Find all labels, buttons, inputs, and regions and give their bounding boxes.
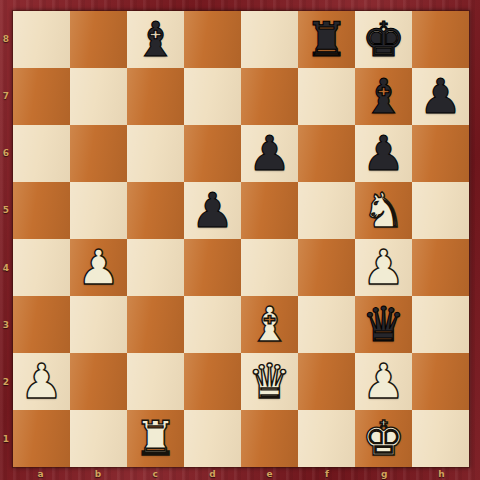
square-c6[interactable] [127,125,184,182]
black-bishop[interactable]: ♝ [355,68,412,125]
file-label-f: f [298,467,355,480]
square-g3[interactable]: ♛ [355,296,412,353]
square-f6[interactable] [298,125,355,182]
black-pawn[interactable]: ♟ [412,68,469,125]
square-b6[interactable] [70,125,127,182]
square-h8[interactable] [412,11,469,68]
square-e8[interactable] [241,11,298,68]
square-h6[interactable] [412,125,469,182]
black-pawn[interactable]: ♟ [355,125,412,182]
square-g1[interactable]: ♚ [355,410,412,467]
square-c3[interactable] [127,296,184,353]
square-d1[interactable] [184,410,241,467]
square-e7[interactable] [241,68,298,125]
square-a5[interactable] [13,182,70,239]
square-b5[interactable] [70,182,127,239]
square-b8[interactable] [70,11,127,68]
white-pawn[interactable]: ♟ [355,353,412,410]
square-g6[interactable]: ♟ [355,125,412,182]
square-a1[interactable] [13,410,70,467]
square-f2[interactable] [298,353,355,410]
square-d5[interactable]: ♟ [184,182,241,239]
black-pawn[interactable]: ♟ [241,125,298,182]
square-g7[interactable]: ♝ [355,68,412,125]
square-e2[interactable]: ♛ [241,353,298,410]
file-label-g: g [356,467,413,480]
black-king[interactable]: ♚ [355,11,412,68]
square-e6[interactable]: ♟ [241,125,298,182]
rank-label-8: 8 [0,10,12,67]
square-c4[interactable] [127,239,184,296]
square-f7[interactable] [298,68,355,125]
square-e4[interactable] [241,239,298,296]
black-queen[interactable]: ♛ [355,296,412,353]
file-label-a: a [12,467,69,480]
square-h1[interactable] [412,410,469,467]
square-h3[interactable] [412,296,469,353]
square-e5[interactable] [241,182,298,239]
square-c1[interactable]: ♜ [127,410,184,467]
file-label-h: h [413,467,470,480]
square-a3[interactable] [13,296,70,353]
square-b3[interactable] [70,296,127,353]
file-label-b: b [69,467,126,480]
square-f4[interactable] [298,239,355,296]
white-pawn[interactable]: ♟ [70,239,127,296]
rank-label-6: 6 [0,125,12,182]
square-a7[interactable] [13,68,70,125]
rank-label-7: 7 [0,67,12,124]
rank-label-1: 1 [0,411,12,468]
file-label-e: e [241,467,298,480]
square-f5[interactable] [298,182,355,239]
square-c5[interactable] [127,182,184,239]
square-g5[interactable]: ♞ [355,182,412,239]
square-b7[interactable] [70,68,127,125]
white-bishop[interactable]: ♝ [241,296,298,353]
square-e1[interactable] [241,410,298,467]
square-f8[interactable]: ♜ [298,11,355,68]
square-a4[interactable] [13,239,70,296]
white-pawn[interactable]: ♟ [355,239,412,296]
square-g2[interactable]: ♟ [355,353,412,410]
square-c8[interactable]: ♝ [127,11,184,68]
square-g4[interactable]: ♟ [355,239,412,296]
square-d8[interactable] [184,11,241,68]
white-knight[interactable]: ♞ [355,182,412,239]
white-queen[interactable]: ♛ [241,353,298,410]
square-b2[interactable] [70,353,127,410]
square-c2[interactable] [127,353,184,410]
white-king[interactable]: ♚ [355,410,412,467]
square-f1[interactable] [298,410,355,467]
square-h7[interactable]: ♟ [412,68,469,125]
file-label-d: d [184,467,241,480]
square-h5[interactable] [412,182,469,239]
square-d2[interactable] [184,353,241,410]
square-d4[interactable] [184,239,241,296]
rank-label-2: 2 [0,354,12,411]
square-h2[interactable] [412,353,469,410]
square-a2[interactable]: ♟ [13,353,70,410]
square-g8[interactable]: ♚ [355,11,412,68]
rank-label-5: 5 [0,182,12,239]
square-e3[interactable]: ♝ [241,296,298,353]
square-d3[interactable] [184,296,241,353]
rank-label-3: 3 [0,296,12,353]
square-f3[interactable] [298,296,355,353]
white-pawn[interactable]: ♟ [13,353,70,410]
black-pawn[interactable]: ♟ [184,182,241,239]
square-b4[interactable]: ♟ [70,239,127,296]
rank-label-4: 4 [0,239,12,296]
square-b1[interactable] [70,410,127,467]
white-rook[interactable]: ♜ [127,410,184,467]
file-label-c: c [127,467,184,480]
square-d7[interactable] [184,68,241,125]
square-a8[interactable] [13,11,70,68]
chess-board: ♝♜♚♝♟♟♟♟♞♟♟♝♛♟♛♟♜♚ [12,10,470,468]
square-a6[interactable] [13,125,70,182]
square-c7[interactable] [127,68,184,125]
black-bishop[interactable]: ♝ [127,11,184,68]
black-rook[interactable]: ♜ [298,11,355,68]
square-d6[interactable] [184,125,241,182]
square-h4[interactable] [412,239,469,296]
